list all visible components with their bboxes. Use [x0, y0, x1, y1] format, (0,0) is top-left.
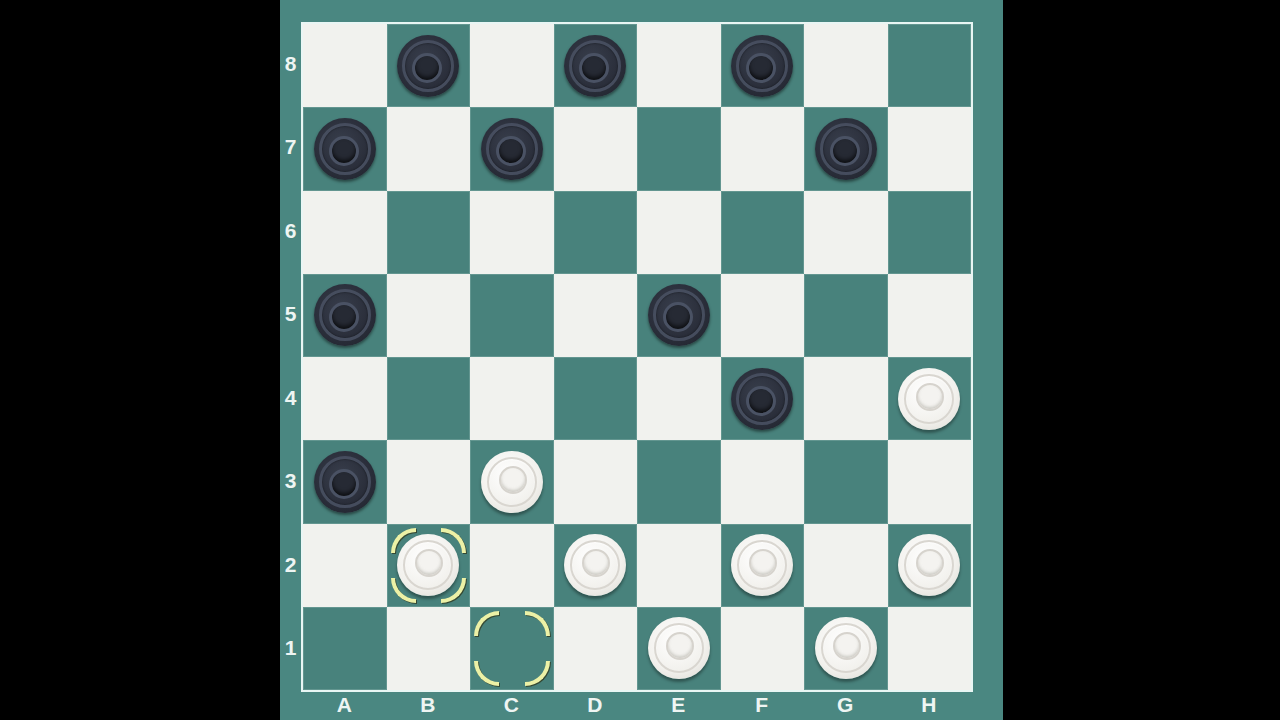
square-a6[interactable]: [303, 191, 387, 274]
file-label-c: C: [470, 690, 554, 720]
square-e4[interactable]: [637, 357, 721, 440]
board-area: 87654321 ABCDEFGH: [280, 0, 1003, 720]
square-a8[interactable]: [303, 24, 387, 107]
square-e8[interactable]: [637, 24, 721, 107]
square-b4[interactable]: [387, 357, 471, 440]
square-d8[interactable]: [554, 24, 638, 107]
square-e3[interactable]: [637, 440, 721, 523]
square-e2[interactable]: [637, 524, 721, 607]
square-e6[interactable]: [637, 191, 721, 274]
square-c1[interactable]: [470, 607, 554, 690]
checker-dark-c7[interactable]: [481, 118, 543, 180]
square-c3[interactable]: [470, 440, 554, 523]
checker-dark-g7[interactable]: [815, 118, 877, 180]
file-label-h: H: [888, 690, 972, 720]
file-labels: ABCDEFGH: [303, 690, 971, 720]
square-b1[interactable]: [387, 607, 471, 690]
rank-label-7: 7: [280, 106, 301, 190]
square-c6[interactable]: [470, 191, 554, 274]
square-b6[interactable]: [387, 191, 471, 274]
checker-light-d2[interactable]: [564, 534, 626, 596]
square-f2[interactable]: [721, 524, 805, 607]
square-b7[interactable]: [387, 107, 471, 190]
file-label-g: G: [804, 690, 888, 720]
checker-light-h2[interactable]: [898, 534, 960, 596]
highlight-marker-tl-c1: [474, 611, 499, 636]
square-d7[interactable]: [554, 107, 638, 190]
square-c7[interactable]: [470, 107, 554, 190]
square-e7[interactable]: [637, 107, 721, 190]
square-h5[interactable]: [888, 274, 972, 357]
checker-dark-e5[interactable]: [648, 284, 710, 346]
square-b3[interactable]: [387, 440, 471, 523]
rank-labels: 87654321: [280, 22, 301, 690]
checker-light-c3[interactable]: [481, 451, 543, 513]
square-d6[interactable]: [554, 191, 638, 274]
highlight-marker-bl-c1: [474, 661, 499, 686]
square-a7[interactable]: [303, 107, 387, 190]
square-d2[interactable]: [554, 524, 638, 607]
file-label-e: E: [637, 690, 721, 720]
square-c5[interactable]: [470, 274, 554, 357]
square-f1[interactable]: [721, 607, 805, 690]
square-g5[interactable]: [804, 274, 888, 357]
square-c4[interactable]: [470, 357, 554, 440]
square-d5[interactable]: [554, 274, 638, 357]
file-label-d: D: [554, 690, 638, 720]
square-e5[interactable]: [637, 274, 721, 357]
square-g1[interactable]: [804, 607, 888, 690]
rank-label-6: 6: [280, 189, 301, 273]
square-a2[interactable]: [303, 524, 387, 607]
checker-dark-a3[interactable]: [314, 451, 376, 513]
square-f5[interactable]: [721, 274, 805, 357]
square-d4[interactable]: [554, 357, 638, 440]
square-c8[interactable]: [470, 24, 554, 107]
square-f6[interactable]: [721, 191, 805, 274]
square-g3[interactable]: [804, 440, 888, 523]
square-h3[interactable]: [888, 440, 972, 523]
square-f7[interactable]: [721, 107, 805, 190]
square-b8[interactable]: [387, 24, 471, 107]
square-b2[interactable]: [387, 524, 471, 607]
square-d3[interactable]: [554, 440, 638, 523]
checker-dark-d8[interactable]: [564, 35, 626, 97]
square-g6[interactable]: [804, 191, 888, 274]
highlight-marker-tr-c1: [525, 611, 550, 636]
checkers-board[interactable]: [301, 22, 973, 692]
square-g4[interactable]: [804, 357, 888, 440]
checker-light-e1[interactable]: [648, 617, 710, 679]
square-a3[interactable]: [303, 440, 387, 523]
rank-label-1: 1: [280, 607, 301, 691]
square-h8[interactable]: [888, 24, 972, 107]
left-letterbox-bar: [0, 0, 280, 720]
square-h6[interactable]: [888, 191, 972, 274]
checker-light-h4[interactable]: [898, 368, 960, 430]
checker-dark-b8[interactable]: [397, 35, 459, 97]
square-c2[interactable]: [470, 524, 554, 607]
square-g8[interactable]: [804, 24, 888, 107]
square-a1[interactable]: [303, 607, 387, 690]
rank-label-2: 2: [280, 523, 301, 607]
square-e1[interactable]: [637, 607, 721, 690]
rank-label-3: 3: [280, 440, 301, 524]
square-a5[interactable]: [303, 274, 387, 357]
square-f3[interactable]: [721, 440, 805, 523]
checker-light-b2[interactable]: [397, 534, 459, 596]
square-h2[interactable]: [888, 524, 972, 607]
rank-label-4: 4: [280, 356, 301, 440]
rank-label-5: 5: [280, 273, 301, 357]
square-g2[interactable]: [804, 524, 888, 607]
rank-label-8: 8: [280, 22, 301, 106]
square-f8[interactable]: [721, 24, 805, 107]
checker-dark-a7[interactable]: [314, 118, 376, 180]
file-label-f: F: [721, 690, 805, 720]
checker-dark-f8[interactable]: [731, 35, 793, 97]
square-h4[interactable]: [888, 357, 972, 440]
file-label-a: A: [303, 690, 387, 720]
checker-dark-f4[interactable]: [731, 368, 793, 430]
square-h7[interactable]: [888, 107, 972, 190]
square-h1[interactable]: [888, 607, 972, 690]
square-b5[interactable]: [387, 274, 471, 357]
right-letterbox-bar: [1003, 0, 1280, 720]
checker-dark-a5[interactable]: [314, 284, 376, 346]
square-d1[interactable]: [554, 607, 638, 690]
file-label-b: B: [387, 690, 471, 720]
highlight-marker-br-c1: [525, 661, 550, 686]
square-a4[interactable]: [303, 357, 387, 440]
checkers-app-screen: 87654321 ABCDEFGH: [0, 0, 1280, 720]
square-g7[interactable]: [804, 107, 888, 190]
checker-light-g1[interactable]: [815, 617, 877, 679]
checker-light-f2[interactable]: [731, 534, 793, 596]
square-f4[interactable]: [721, 357, 805, 440]
